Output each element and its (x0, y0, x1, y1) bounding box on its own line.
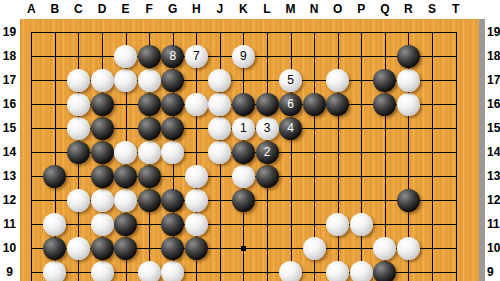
go-board-screenshot: ABCDEFGHJKLMNOPQRST191918181717161615151… (0, 0, 500, 281)
stone-black-F13 (138, 165, 161, 188)
move-number-1: 1 (240, 121, 247, 135)
row-label-left-12: 12 (0, 193, 19, 207)
column-label-P: P (357, 0, 365, 19)
column-label-D: D (98, 0, 107, 19)
stone-white-H11 (185, 213, 208, 236)
grid-line-vertical-S (432, 32, 433, 281)
stone-black-E10 (114, 237, 137, 260)
column-label-C: C (74, 0, 83, 19)
row-label-right-14: 14 (487, 145, 500, 159)
stone-white-D12 (91, 189, 114, 212)
stone-white-B11 (43, 213, 66, 236)
row-label-right-12: 12 (487, 193, 500, 207)
stone-white-C12 (67, 189, 90, 212)
stone-white-L15: 3 (256, 117, 279, 140)
column-label-M: M (286, 0, 296, 19)
stone-black-G17 (161, 69, 184, 92)
column-label-E: E (122, 0, 130, 19)
row-label-right-9: 9 (487, 265, 494, 279)
column-label-Q: Q (380, 0, 389, 19)
row-label-right-16: 16 (487, 97, 500, 111)
stone-white-D11 (91, 213, 114, 236)
move-number-2: 2 (264, 145, 271, 159)
stone-black-G12 (161, 189, 184, 212)
row-label-right-11: 11 (487, 217, 500, 231)
row-label-left-15: 15 (0, 121, 19, 135)
stone-white-C16 (67, 93, 90, 116)
stone-black-L16 (256, 93, 279, 116)
stone-black-O16 (326, 93, 349, 116)
stone-white-C10 (67, 237, 90, 260)
stone-white-P11 (350, 213, 373, 236)
column-label-F: F (145, 0, 152, 19)
move-number-9: 9 (240, 49, 247, 63)
stone-white-J16 (208, 93, 231, 116)
stone-white-K18: 9 (232, 45, 255, 68)
stone-black-L13 (256, 165, 279, 188)
stone-black-F15 (138, 117, 161, 140)
stone-white-G9 (161, 261, 184, 281)
stone-white-O9 (326, 261, 349, 281)
stone-black-N16 (303, 93, 326, 116)
stone-white-C15 (67, 117, 90, 140)
stone-black-B13 (43, 165, 66, 188)
row-label-left-13: 13 (0, 169, 19, 183)
stone-black-K12 (232, 189, 255, 212)
stone-black-Q16 (373, 93, 396, 116)
stone-white-R10 (397, 237, 420, 260)
stone-white-M9 (279, 261, 302, 281)
stone-black-E13 (114, 165, 137, 188)
column-label-G: G (168, 0, 177, 19)
stone-black-K16 (232, 93, 255, 116)
row-label-left-11: 11 (0, 217, 19, 231)
row-label-left-14: 14 (0, 145, 19, 159)
stone-white-D9 (91, 261, 114, 281)
move-number-8: 8 (169, 49, 176, 63)
stone-black-D14 (91, 141, 114, 164)
stone-white-D17 (91, 69, 114, 92)
column-label-A: A (27, 0, 36, 19)
stone-black-M15: 4 (279, 117, 302, 140)
column-label-B: B (51, 0, 60, 19)
stone-black-G15 (161, 117, 184, 140)
stone-white-H18: 7 (185, 45, 208, 68)
stone-white-O11 (326, 213, 349, 236)
stone-white-P9 (350, 261, 373, 281)
column-label-R: R (404, 0, 413, 19)
stone-white-H13 (185, 165, 208, 188)
column-label-T: T (452, 0, 459, 19)
column-label-O: O (333, 0, 342, 19)
column-label-N: N (310, 0, 319, 19)
stone-black-D10 (91, 237, 114, 260)
stone-white-M17: 5 (279, 69, 302, 92)
stone-white-R16 (397, 93, 420, 116)
stone-black-D15 (91, 117, 114, 140)
row-label-left-18: 18 (0, 49, 19, 63)
stone-white-R17 (397, 69, 420, 92)
stone-white-Q10 (373, 237, 396, 260)
stone-white-F17 (138, 69, 161, 92)
stone-black-F16 (138, 93, 161, 116)
stone-black-R18 (397, 45, 420, 68)
stone-white-K15: 1 (232, 117, 255, 140)
stone-black-G11 (161, 213, 184, 236)
stone-black-F12 (138, 189, 161, 212)
row-label-left-19: 19 (0, 25, 19, 39)
stone-white-F14 (138, 141, 161, 164)
row-label-right-15: 15 (487, 121, 500, 135)
stone-white-E17 (114, 69, 137, 92)
column-label-L: L (263, 0, 270, 19)
grid-line-horizontal-19 (31, 32, 456, 33)
stone-black-C14 (67, 141, 90, 164)
grid-line-vertical-T (456, 32, 457, 281)
row-label-left-17: 17 (0, 73, 19, 87)
stone-white-N10 (303, 237, 326, 260)
stone-white-E12 (114, 189, 137, 212)
stone-black-L14: 2 (256, 141, 279, 164)
stone-white-J14 (208, 141, 231, 164)
move-number-7: 7 (193, 49, 200, 63)
stone-black-F18 (138, 45, 161, 68)
move-number-4: 4 (287, 121, 294, 135)
column-label-J: J (217, 0, 224, 19)
stone-black-H10 (185, 237, 208, 260)
stone-white-G14 (161, 141, 184, 164)
stone-black-B10 (43, 237, 66, 260)
stone-black-M16: 6 (279, 93, 302, 116)
move-number-3: 3 (264, 121, 271, 135)
row-label-right-17: 17 (487, 73, 500, 87)
row-label-right-19: 19 (487, 25, 500, 39)
stone-white-K13 (232, 165, 255, 188)
stone-white-J15 (208, 117, 231, 140)
stone-black-G16 (161, 93, 184, 116)
grid-line-vertical-P (361, 32, 362, 281)
stone-white-H12 (185, 189, 208, 212)
row-label-left-10: 10 (0, 241, 19, 255)
row-label-left-16: 16 (0, 97, 19, 111)
column-label-K: K (239, 0, 248, 19)
stone-white-O17 (326, 69, 349, 92)
star-point-K10 (241, 246, 246, 251)
stone-white-E14 (114, 141, 137, 164)
stone-black-K14 (232, 141, 255, 164)
stone-black-E11 (114, 213, 137, 236)
move-number-6: 6 (287, 97, 294, 111)
stone-white-E18 (114, 45, 137, 68)
stone-black-D13 (91, 165, 114, 188)
stone-black-G18: 8 (161, 45, 184, 68)
grid-line-vertical-A (31, 32, 32, 281)
row-label-right-13: 13 (487, 169, 500, 183)
row-label-right-18: 18 (487, 49, 500, 63)
row-label-left-9: 9 (0, 265, 19, 279)
column-label-H: H (192, 0, 201, 19)
stone-black-G10 (161, 237, 184, 260)
stone-white-H16 (185, 93, 208, 116)
stone-black-D16 (91, 93, 114, 116)
stone-black-R12 (397, 189, 420, 212)
stone-white-J17 (208, 69, 231, 92)
stone-black-Q17 (373, 69, 396, 92)
column-label-S: S (428, 0, 436, 19)
stone-white-F9 (138, 261, 161, 281)
board-edge-shadow (479, 19, 485, 281)
row-label-right-10: 10 (487, 241, 500, 255)
move-number-5: 5 (287, 73, 294, 87)
stone-white-C17 (67, 69, 90, 92)
